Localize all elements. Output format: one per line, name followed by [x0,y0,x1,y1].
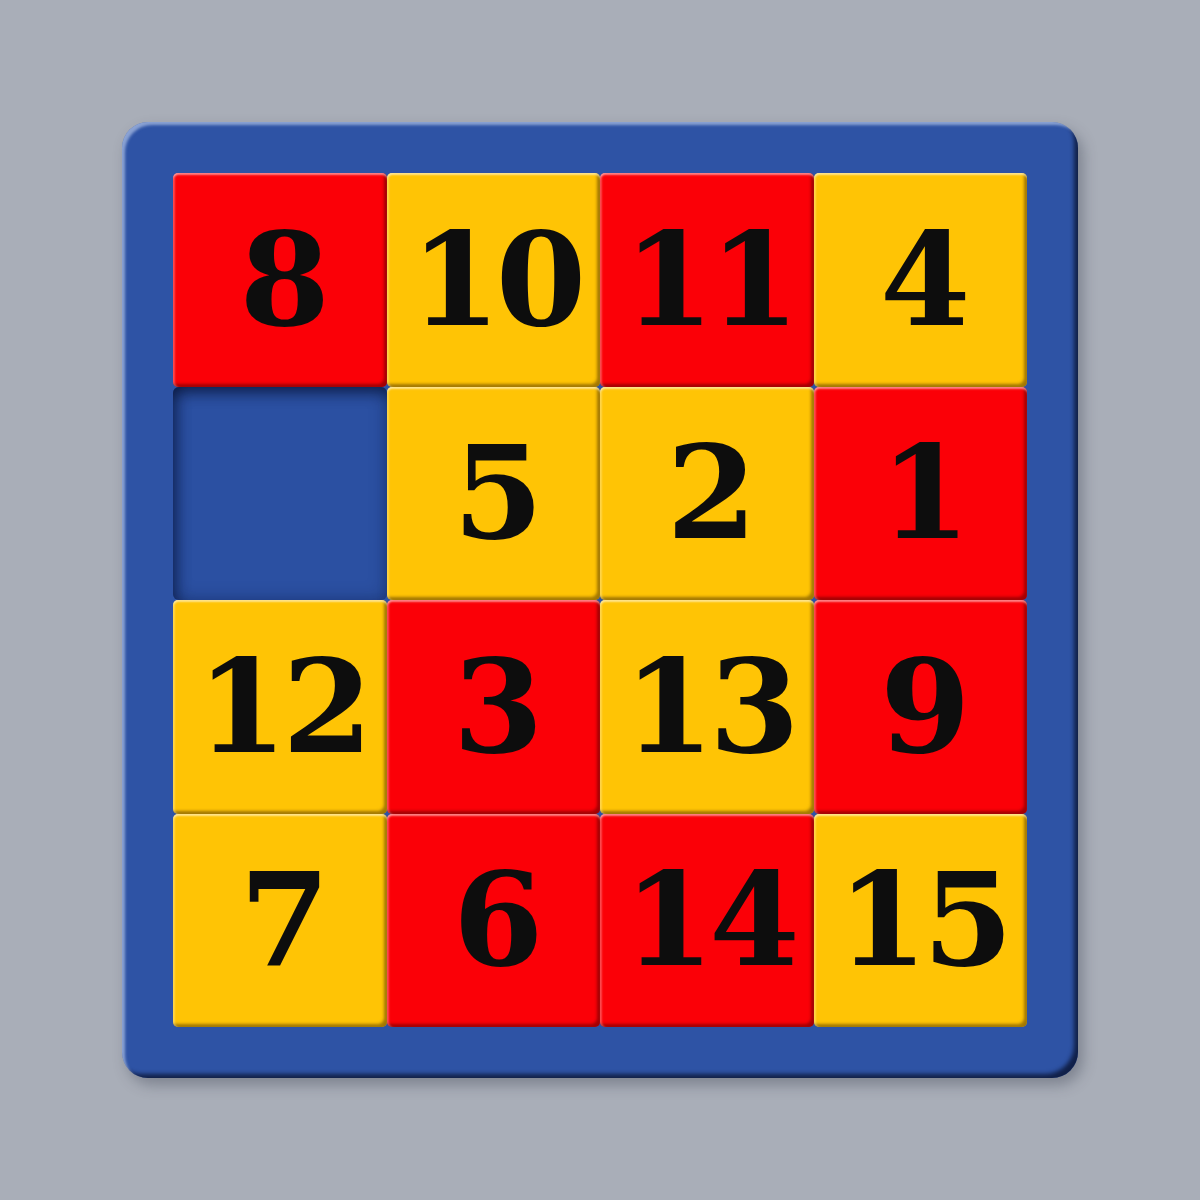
tile-4-label: 4 [875,215,965,345]
tile-13[interactable]: 13 [600,600,814,814]
tile-10[interactable]: 10 [387,173,601,387]
tile-14[interactable]: 14 [600,814,814,1028]
puzzle-frame: 8 10 11 4 5 2 1 12 [122,122,1078,1078]
tile-9[interactable]: 9 [814,600,1028,814]
background: 8 10 11 4 5 2 1 12 [0,0,1200,1200]
tile-9-label: 9 [875,642,965,772]
tile-12-label: 12 [192,642,368,772]
tile-5-label: 5 [448,428,538,558]
tile-8[interactable]: 8 [173,173,387,387]
tile-10-label: 10 [405,215,581,345]
tile-12[interactable]: 12 [173,600,387,814]
tile-2[interactable]: 2 [600,387,814,601]
tile-8-label: 8 [235,215,325,345]
tile-3[interactable]: 3 [387,600,601,814]
tile-6[interactable]: 6 [387,814,601,1028]
tile-13-label: 13 [619,642,795,772]
empty-cell [173,387,387,601]
tile-15-label: 15 [832,855,1008,985]
tile-15[interactable]: 15 [814,814,1028,1028]
tile-6-label: 6 [448,855,538,985]
tile-2-label: 2 [662,428,752,558]
tile-11-label: 11 [619,215,795,345]
tile-1[interactable]: 1 [814,387,1028,601]
tile-7[interactable]: 7 [173,814,387,1028]
tile-4[interactable]: 4 [814,173,1028,387]
tile-3-label: 3 [448,642,538,772]
tile-5[interactable]: 5 [387,387,601,601]
tile-14-label: 14 [619,855,795,985]
tile-1-label: 1 [875,428,965,558]
puzzle-grid: 8 10 11 4 5 2 1 12 [173,173,1027,1027]
tile-11[interactable]: 11 [600,173,814,387]
tile-7-label: 7 [235,855,325,985]
